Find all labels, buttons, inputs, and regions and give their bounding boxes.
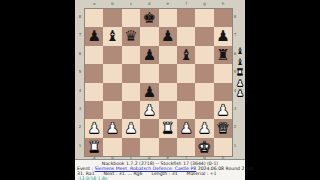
- board-square-c7[interactable]: ♛: [122, 27, 140, 45]
- board-square-e4[interactable]: [159, 83, 177, 101]
- captured-pieces-tray: ♝♝♜♟♟: [234, 46, 246, 99]
- board-square-d1[interactable]: [140, 138, 158, 156]
- white-king-piece: ♚: [195, 138, 213, 156]
- rank-label: 8: [76, 8, 84, 26]
- board-square-e5[interactable]: [159, 64, 177, 82]
- board-square-f7[interactable]: [177, 27, 195, 45]
- board-square-a8[interactable]: [85, 9, 103, 27]
- captured-white-pawn: ♟: [234, 78, 246, 89]
- rank-labels-left: 87654321: [76, 8, 84, 155]
- black-pawn-piece: ♟: [85, 27, 103, 45]
- board-square-a7[interactable]: ♟: [85, 27, 103, 45]
- board-square-g6[interactable]: [195, 46, 213, 64]
- board-square-d8[interactable]: ♚: [140, 9, 158, 27]
- board-square-h2[interactable]: ♛: [214, 119, 232, 137]
- file-label: h: [214, 1, 232, 7]
- white-pawn-piece: ♟: [122, 119, 140, 137]
- board-square-g4[interactable]: [195, 83, 213, 101]
- board-square-c3[interactable]: [122, 101, 140, 119]
- board-square-b1[interactable]: [103, 138, 121, 156]
- file-label: d: [140, 1, 158, 7]
- file-label: b: [103, 1, 121, 7]
- board-square-c5[interactable]: [122, 64, 140, 82]
- game-info-footer: Nackbook 1.7.2 (2718) -- Stockfish 17 (3…: [75, 159, 245, 180]
- file-labels-top: abcdefgh: [85, 1, 232, 7]
- board-square-b5[interactable]: [103, 64, 121, 82]
- board-square-h6[interactable]: ♜: [214, 46, 232, 64]
- white-pawn-piece: ♟: [214, 101, 232, 119]
- file-label: c: [122, 1, 140, 7]
- black-pawn-piece: ♟: [140, 83, 158, 101]
- material-balance: Material : +1: [187, 171, 217, 176]
- board-square-h3[interactable]: ♟: [214, 101, 232, 119]
- board-square-b8[interactable]: [103, 9, 121, 27]
- white-pawn-piece: ♟: [103, 119, 121, 137]
- white-rook-piece: ♜: [85, 138, 103, 156]
- white-pawn-piece: ♟: [85, 119, 103, 137]
- board-square-b7[interactable]: ♝: [103, 27, 121, 45]
- chess-app-panel: abcdefgh 87654321 87654321 ♚♟♝♛♟♟♟♝♜♟♟♟♟…: [75, 0, 245, 180]
- white-queen-piece: ♛: [214, 119, 232, 137]
- board-square-g1[interactable]: ♚: [195, 138, 213, 156]
- rank-label: 4: [76, 82, 84, 100]
- board-square-d6[interactable]: ♟: [140, 46, 158, 64]
- board-square-e7[interactable]: ♟: [159, 27, 177, 45]
- board-square-c1[interactable]: [122, 138, 140, 156]
- board-square-e1[interactable]: [159, 138, 177, 156]
- board-square-f3[interactable]: [177, 101, 195, 119]
- white-pawn-piece: ♟: [177, 119, 195, 137]
- board-square-b6[interactable]: [103, 46, 121, 64]
- white-rook-piece: ♜: [159, 119, 177, 137]
- board-square-a2[interactable]: ♟: [85, 119, 103, 137]
- board-square-a3[interactable]: [85, 101, 103, 119]
- chess-board: ♚♟♝♛♟♟♟♝♜♟♟♟♟♟♟♜♟♟♛♜♚: [84, 8, 233, 157]
- board-square-a5[interactable]: [85, 64, 103, 82]
- black-bishop-piece: ♝: [177, 46, 195, 64]
- file-label: f: [177, 1, 195, 7]
- video-frame: abcdefgh 87654321 87654321 ♚♟♝♛♟♟♟♝♜♟♟♟♟…: [0, 0, 320, 180]
- board-square-f5[interactable]: [177, 64, 195, 82]
- board-square-a6[interactable]: [85, 46, 103, 64]
- rank-label: 1: [76, 137, 84, 155]
- board-square-f8[interactable]: [177, 9, 195, 27]
- board-square-h1[interactable]: [214, 138, 232, 156]
- rank-label: 6: [76, 45, 84, 63]
- rank-label: 3: [76, 100, 84, 118]
- board-square-e6[interactable]: [159, 46, 177, 64]
- board-square-g7[interactable]: [195, 27, 213, 45]
- black-queen-piece: ♛: [122, 27, 140, 45]
- file-label: g: [195, 1, 213, 7]
- file-label: a: [85, 1, 103, 7]
- board-square-f4[interactable]: [177, 83, 195, 101]
- board-square-c2[interactable]: ♟: [122, 119, 140, 137]
- board-square-h5[interactable]: [214, 64, 232, 82]
- board-square-d2[interactable]: [140, 119, 158, 137]
- board-square-c6[interactable]: [122, 46, 140, 64]
- engine-eval: -13.0/18 1.8s: [77, 176, 243, 180]
- captured-black-bishop: ♝: [234, 46, 246, 57]
- file-label: e: [159, 1, 177, 7]
- game-length: Length : 31: [151, 171, 177, 176]
- board-square-f1[interactable]: [177, 138, 195, 156]
- board-square-b2[interactable]: ♟: [103, 119, 121, 137]
- board-square-e3[interactable]: [159, 101, 177, 119]
- captured-white-rook: ♜: [234, 67, 246, 78]
- black-bishop-piece: ♝: [103, 27, 121, 45]
- board-square-f2[interactable]: ♟: [177, 119, 195, 137]
- board-square-b3[interactable]: [103, 101, 121, 119]
- board-square-f6[interactable]: ♝: [177, 46, 195, 64]
- board-square-c8[interactable]: [122, 9, 140, 27]
- board-square-h7[interactable]: ♟: [214, 27, 232, 45]
- rank-label: 2: [76, 118, 84, 136]
- board-square-c4[interactable]: [122, 83, 140, 101]
- board-square-h4[interactable]: [214, 83, 232, 101]
- captured-white-pawn: ♟: [234, 88, 246, 99]
- board-square-g5[interactable]: [195, 64, 213, 82]
- board-square-g3[interactable]: [195, 101, 213, 119]
- board-square-h8[interactable]: [214, 9, 232, 27]
- black-king-piece: ♚: [140, 9, 158, 27]
- board-square-a4[interactable]: [85, 83, 103, 101]
- black-pawn-piece: ♟: [140, 46, 158, 64]
- board-square-a1[interactable]: ♜: [85, 138, 103, 156]
- black-pawn-piece: ♟: [214, 27, 232, 45]
- black-rook-piece: ♜: [214, 46, 232, 64]
- white-pawn-piece: ♟: [140, 101, 158, 119]
- board-square-e2[interactable]: ♜: [159, 119, 177, 137]
- white-pawn-piece: ♟: [195, 119, 213, 137]
- board-square-d3[interactable]: ♟: [140, 101, 158, 119]
- next-move: Next : 31. ... Rg6: [104, 171, 143, 176]
- rank-label: 5: [76, 63, 84, 81]
- black-pawn-piece: ♟: [159, 27, 177, 45]
- board-square-b4[interactable]: [103, 83, 121, 101]
- board-square-d4[interactable]: ♟: [140, 83, 158, 101]
- captured-black-bishop: ♝: [234, 57, 246, 68]
- board-square-d7[interactable]: [140, 27, 158, 45]
- board-square-d5[interactable]: [140, 64, 158, 82]
- board-square-g2[interactable]: ♟: [195, 119, 213, 137]
- board-square-g8[interactable]: [195, 9, 213, 27]
- board-square-e8[interactable]: [159, 9, 177, 27]
- rank-label: 7: [76, 26, 84, 44]
